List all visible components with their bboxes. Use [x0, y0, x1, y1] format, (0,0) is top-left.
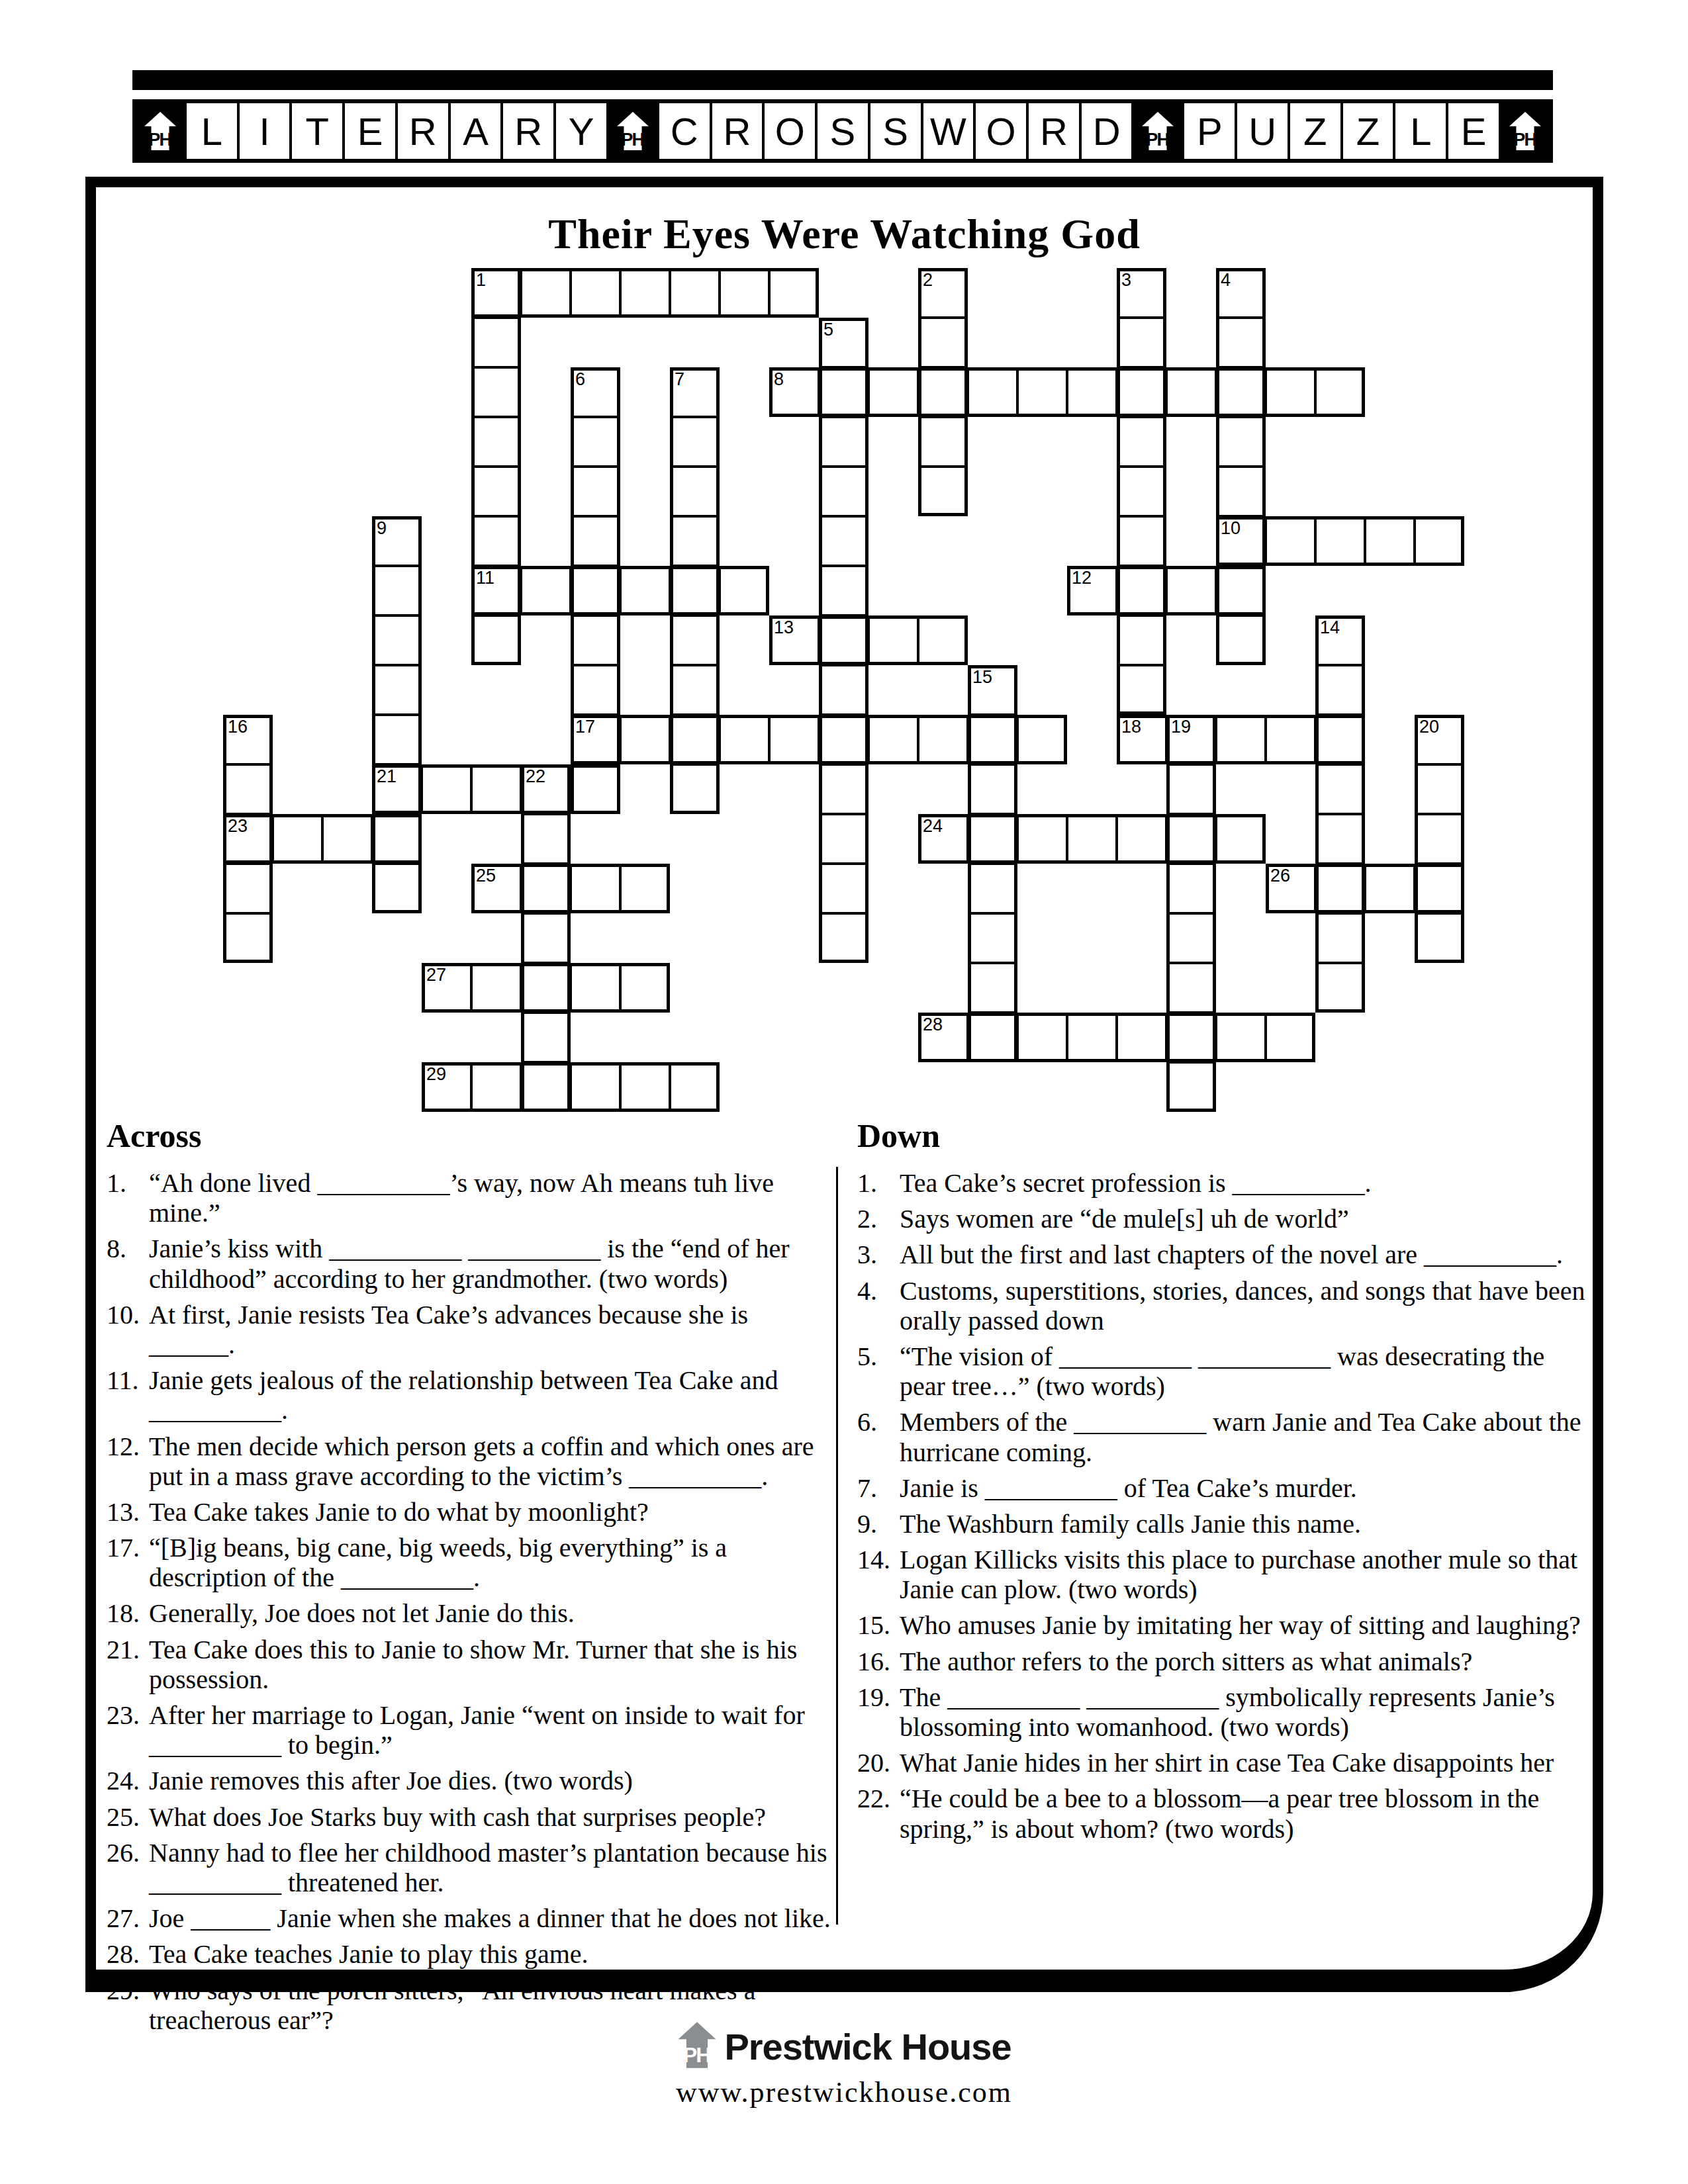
grid-cell[interactable] — [620, 268, 670, 318]
ph-house-icon: PH — [609, 103, 657, 159]
clue-item: 8.Janie’s kiss with __________ _________… — [107, 1234, 832, 1293]
grid-cell[interactable] — [1266, 516, 1315, 566]
grid-cell[interactable] — [372, 516, 422, 566]
grid-cell[interactable] — [670, 367, 720, 417]
clue-item: 13.Tea Cake takes Janie to do what by mo… — [107, 1497, 832, 1527]
grid-cell[interactable] — [1266, 864, 1315, 913]
grid-cell[interactable] — [868, 367, 918, 417]
clue-item: 5.“The vision of __________ __________ w… — [857, 1342, 1591, 1401]
grid-cell[interactable] — [1067, 1013, 1117, 1062]
clue-text: Tea Cake teaches Janie to play this game… — [149, 1939, 832, 1969]
grid-cell[interactable] — [1216, 318, 1266, 367]
grid-cell[interactable] — [521, 1062, 571, 1112]
banner-letter: L — [187, 103, 237, 159]
worksheet-page: PHLITERARYPHCROSSWORDPHPUZZLEPH Their Ey… — [0, 0, 1688, 2184]
grid-cell[interactable] — [571, 665, 620, 715]
grid-cell[interactable] — [521, 268, 571, 318]
clue-number: 17. — [107, 1533, 149, 1592]
clue-text: The __________ __________ symbolically r… — [900, 1682, 1591, 1742]
grid-cell[interactable] — [521, 814, 571, 864]
clue-item: 22.“He could be a bee to a blossom—a pea… — [857, 1784, 1591, 1843]
grid-cell[interactable] — [968, 367, 1017, 417]
grid-cell[interactable] — [819, 764, 868, 814]
down-clues-section: Down 1.Tea Cake’s secret profession is _… — [857, 1116, 1591, 1850]
clue-text: What does Joe Starks buy with cash that … — [149, 1802, 832, 1832]
grid-cell[interactable] — [868, 615, 918, 665]
clue-item: 14.Logan Killicks visits this place to p… — [857, 1545, 1591, 1604]
grid-cell[interactable] — [571, 566, 620, 615]
svg-text:P: P — [148, 130, 160, 150]
grid-cell[interactable] — [521, 913, 571, 963]
grid-cell[interactable] — [1117, 1013, 1166, 1062]
grid-cell[interactable] — [223, 814, 273, 864]
grid-cell[interactable] — [1415, 764, 1464, 814]
grid-cell[interactable] — [1365, 516, 1415, 566]
clue-text: All but the first and last chapters of t… — [900, 1240, 1591, 1269]
grid-cell[interactable] — [1315, 715, 1365, 764]
clue-text: Logan Killicks visits this place to purc… — [900, 1545, 1591, 1604]
clue-text: Tea Cake does this to Janie to show Mr. … — [149, 1635, 832, 1694]
grid-cell[interactable] — [620, 864, 670, 913]
grid-cell[interactable] — [1315, 913, 1365, 963]
grid-cell[interactable] — [521, 864, 571, 913]
svg-text:H: H — [696, 2043, 712, 2067]
clue-item: 25.What does Joe Starks buy with cash th… — [107, 1802, 832, 1832]
grid-cell[interactable] — [273, 814, 322, 864]
banner-letter: D — [1082, 103, 1132, 159]
clue-item: 16.The author refers to the porch sitter… — [857, 1647, 1591, 1676]
ph-house-icon: PH — [677, 2020, 718, 2073]
clue-number: 4. — [857, 1276, 900, 1336]
svg-text:H: H — [1524, 130, 1537, 150]
grid-cell[interactable] — [769, 715, 819, 764]
grid-cell[interactable] — [1017, 1013, 1067, 1062]
grid-cell[interactable] — [1017, 367, 1067, 417]
grid-cell[interactable] — [1315, 814, 1365, 864]
grid-cell[interactable] — [670, 1062, 720, 1112]
clue-number: 1. — [107, 1168, 149, 1228]
grid-cell[interactable] — [1117, 467, 1166, 516]
grid-cell[interactable] — [1117, 665, 1166, 715]
clue-number: 3. — [857, 1240, 900, 1269]
grid-cell[interactable] — [819, 715, 868, 764]
clue-number: 19. — [857, 1682, 900, 1742]
grid-cell[interactable] — [968, 913, 1017, 963]
grid-cell[interactable] — [1067, 367, 1117, 417]
grid-cell[interactable] — [918, 814, 968, 864]
grid-cell[interactable] — [1216, 516, 1266, 566]
grid-cell[interactable] — [720, 566, 769, 615]
grid-cell[interactable] — [819, 665, 868, 715]
clue-text: Generally, Joe does not let Janie do thi… — [149, 1598, 832, 1628]
grid-cell[interactable] — [769, 367, 819, 417]
grid-cell[interactable] — [819, 516, 868, 566]
grid-cell[interactable] — [372, 566, 422, 615]
grid-cell[interactable] — [372, 715, 422, 764]
svg-text:P: P — [683, 2043, 698, 2067]
grid-cell[interactable] — [1216, 715, 1266, 764]
grid-cell[interactable] — [918, 417, 968, 467]
svg-text:H: H — [1157, 130, 1170, 150]
grid-cell[interactable] — [1415, 715, 1464, 764]
grid-cell[interactable] — [819, 467, 868, 516]
grid-cell[interactable] — [720, 268, 769, 318]
clue-text: Says women are “de mule[s] uh de world” — [900, 1204, 1591, 1234]
grid-cell[interactable] — [968, 814, 1017, 864]
banner-letter: S — [870, 103, 921, 159]
clue-number: 25. — [107, 1802, 149, 1832]
clue-number: 28. — [107, 1939, 149, 1969]
grid-cell[interactable] — [1117, 566, 1166, 615]
grid-cell[interactable] — [1017, 814, 1067, 864]
clue-number: 10. — [107, 1300, 149, 1359]
grid-cell[interactable] — [918, 467, 968, 516]
grid-cell[interactable] — [1415, 516, 1464, 566]
clue-item: 24.Janie removes this after Joe dies. (t… — [107, 1766, 832, 1796]
ph-house-icon: PH — [1501, 103, 1549, 159]
clue-number: 6. — [857, 1407, 900, 1467]
clue-number: 7. — [857, 1473, 900, 1503]
grid-cell[interactable] — [223, 715, 273, 764]
grid-cell[interactable] — [918, 1013, 968, 1062]
grid-cell[interactable] — [819, 417, 868, 467]
clue-number: 18. — [107, 1598, 149, 1628]
grid-cell[interactable] — [968, 864, 1017, 913]
banner-letter: O — [976, 103, 1026, 159]
grid-cell[interactable] — [1166, 715, 1216, 764]
grid-cell[interactable] — [1315, 764, 1365, 814]
grid-cell[interactable] — [720, 715, 769, 764]
grid-cell[interactable] — [1266, 1013, 1315, 1062]
content-frame: Their Eyes Were Watching God 12345678910… — [85, 177, 1603, 1992]
grid-cell[interactable] — [471, 417, 521, 467]
clue-item: 1.“Ah done lived __________’s way, now A… — [107, 1168, 832, 1228]
grid-cell[interactable] — [1166, 1013, 1216, 1062]
grid-cell[interactable] — [1117, 814, 1166, 864]
grid-cell[interactable] — [1117, 516, 1166, 566]
grid-cell[interactable] — [372, 814, 422, 864]
grid-cell[interactable] — [670, 615, 720, 665]
grid-cell[interactable] — [1017, 715, 1067, 764]
clue-item: 9.The Washburn family calls Janie this n… — [857, 1509, 1591, 1539]
grid-cell[interactable] — [1216, 615, 1266, 665]
clue-number: 14. — [857, 1545, 900, 1604]
clue-text: Members of the __________ warn Janie and… — [900, 1407, 1591, 1467]
svg-text:H: H — [160, 130, 173, 150]
grid-cell[interactable] — [1216, 467, 1266, 516]
grid-cell[interactable] — [769, 268, 819, 318]
grid-cell[interactable] — [471, 318, 521, 367]
across-clues-section: Across 1.“Ah done lived __________’s way… — [107, 1116, 832, 2041]
grid-cell[interactable] — [1266, 367, 1315, 417]
grid-cell[interactable] — [571, 615, 620, 665]
clue-column-divider — [836, 1167, 838, 1925]
grid-cell[interactable] — [471, 367, 521, 417]
clue-item: 20.What Janie hides in her shirt in case… — [857, 1748, 1591, 1778]
banner-letter: R — [503, 103, 553, 159]
grid-cell[interactable] — [918, 367, 968, 417]
grid-cell[interactable] — [372, 764, 422, 814]
grid-cell[interactable] — [819, 566, 868, 615]
down-clue-list: 1.Tea Cake’s secret profession is ______… — [857, 1168, 1591, 1844]
clue-number: 16. — [857, 1647, 900, 1676]
clue-text: Tea Cake takes Janie to do what by moonl… — [149, 1497, 832, 1527]
ph-house-icon: PH — [1134, 103, 1182, 159]
clue-item: 23.After her marriage to Logan, Janie “w… — [107, 1700, 832, 1760]
grid-cell[interactable] — [571, 963, 620, 1013]
grid-cell[interactable] — [819, 367, 868, 417]
grid-cell[interactable] — [620, 1062, 670, 1112]
grid-cell[interactable] — [1315, 963, 1365, 1013]
grid-cell[interactable] — [670, 417, 720, 467]
banner-letter: Z — [1343, 103, 1393, 159]
grid-cell[interactable] — [1216, 814, 1266, 864]
grid-cell[interactable] — [571, 367, 620, 417]
banner-letter: S — [818, 103, 868, 159]
banner-letter: C — [659, 103, 710, 159]
banner-letter: U — [1237, 103, 1288, 159]
grid-cell[interactable] — [968, 715, 1017, 764]
grid-cell[interactable] — [372, 615, 422, 665]
grid-cell[interactable] — [471, 1062, 521, 1112]
grid-cell[interactable] — [1166, 367, 1216, 417]
grid-cell[interactable] — [1117, 318, 1166, 367]
grid-cell[interactable] — [1117, 367, 1166, 417]
grid-cell[interactable] — [571, 467, 620, 516]
grid-cell[interactable] — [471, 864, 521, 913]
grid-cell[interactable] — [1315, 864, 1365, 913]
clue-text: Janie is __________ of Tea Cake’s murder… — [900, 1473, 1591, 1503]
clue-text: At first, Janie resists Tea Cake’s advan… — [149, 1300, 832, 1359]
grid-cell[interactable] — [968, 963, 1017, 1013]
grid-cell[interactable] — [1216, 1013, 1266, 1062]
grid-cell[interactable] — [670, 268, 720, 318]
grid-cell[interactable] — [670, 665, 720, 715]
grid-cell[interactable] — [471, 963, 521, 1013]
clue-number: 20. — [857, 1748, 900, 1778]
grid-cell[interactable] — [1216, 417, 1266, 467]
grid-cell[interactable] — [1315, 367, 1365, 417]
grid-cell[interactable] — [620, 963, 670, 1013]
grid-cell[interactable] — [1216, 566, 1266, 615]
grid-cell[interactable] — [918, 268, 968, 318]
grid-cell[interactable] — [571, 268, 620, 318]
banner-letter: L — [1395, 103, 1446, 159]
grid-cell[interactable] — [1415, 814, 1464, 864]
grid-cell[interactable] — [521, 1013, 571, 1062]
clue-text: What Janie hides in her shirt in case Te… — [900, 1748, 1591, 1778]
clue-item: 27.Joe ______ Janie when she makes a din… — [107, 1903, 832, 1933]
banner-letter: R — [712, 103, 763, 159]
clue-text: The author refers to the porch sitters a… — [900, 1647, 1591, 1676]
grid-cell[interactable] — [471, 566, 521, 615]
clue-item: 2.Says women are “de mule[s] uh de world… — [857, 1204, 1591, 1234]
grid-cell[interactable] — [521, 764, 571, 814]
grid-cell[interactable] — [670, 467, 720, 516]
grid-cell[interactable] — [918, 715, 968, 764]
grid-cell[interactable] — [372, 864, 422, 913]
clue-text: Nanny had to flee her childhood master’s… — [149, 1838, 832, 1897]
grid-cell[interactable] — [1166, 963, 1216, 1013]
svg-text:P: P — [1147, 130, 1158, 150]
grid-cell[interactable] — [1067, 566, 1117, 615]
grid-cell[interactable] — [223, 913, 273, 963]
svg-text:P: P — [1513, 130, 1525, 150]
grid-cell[interactable] — [1415, 913, 1464, 963]
grid-cell[interactable] — [1117, 715, 1166, 764]
clue-item: 12.The men decide which person gets a co… — [107, 1432, 832, 1491]
grid-cell[interactable] — [1166, 814, 1216, 864]
grid-cell[interactable] — [1315, 516, 1365, 566]
grid-cell[interactable] — [571, 864, 620, 913]
grid-cell[interactable] — [571, 417, 620, 467]
svg-text:H: H — [632, 130, 645, 150]
clue-item: 11.Janie gets jealous of the relationshi… — [107, 1365, 832, 1425]
clue-number: 21. — [107, 1635, 149, 1694]
clue-text: The Washburn family calls Janie this nam… — [900, 1509, 1591, 1539]
grid-cell[interactable] — [819, 318, 868, 367]
grid-cell[interactable] — [769, 615, 819, 665]
grid-cell[interactable] — [571, 1062, 620, 1112]
grid-cell[interactable] — [1315, 615, 1365, 665]
clue-number: 5. — [857, 1342, 900, 1401]
clue-number: 27. — [107, 1903, 149, 1933]
clue-item: 10.At first, Janie resists Tea Cake’s ad… — [107, 1300, 832, 1359]
grid-cell[interactable] — [422, 963, 471, 1013]
grid-cell[interactable] — [670, 764, 720, 814]
grid-cell[interactable] — [819, 615, 868, 665]
grid-cell[interactable] — [1166, 864, 1216, 913]
grid-cell[interactable] — [968, 665, 1017, 715]
clue-text: Tea Cake’s secret profession is ________… — [900, 1168, 1591, 1198]
grid-cell[interactable] — [1415, 864, 1464, 913]
page-title: Their Eyes Were Watching God — [96, 210, 1593, 259]
clue-item: 1.Tea Cake’s secret profession is ______… — [857, 1168, 1591, 1198]
clue-text: Joe ______ Janie when she makes a dinner… — [149, 1903, 832, 1933]
clue-text: Janie gets jealous of the relationship b… — [149, 1365, 832, 1425]
grid-cell[interactable] — [1315, 665, 1365, 715]
banner-letter: R — [1029, 103, 1079, 159]
grid-cell[interactable] — [1117, 417, 1166, 467]
grid-cell[interactable] — [1067, 814, 1117, 864]
grid-cell[interactable] — [1166, 764, 1216, 814]
clue-number: 11. — [107, 1365, 149, 1425]
grid-cell[interactable] — [422, 764, 471, 814]
clue-number: 13. — [107, 1497, 149, 1527]
grid-cell[interactable] — [868, 715, 918, 764]
clue-item: 6.Members of the __________ warn Janie a… — [857, 1407, 1591, 1467]
clue-item: 19.The __________ __________ symbolicall… — [857, 1682, 1591, 1742]
grid-cell[interactable] — [471, 764, 521, 814]
banner-letter: I — [240, 103, 290, 159]
clue-text: Janie’s kiss with __________ __________ … — [149, 1234, 832, 1293]
clue-text: “The vision of __________ __________ was… — [900, 1342, 1591, 1401]
grid-cell[interactable] — [1117, 615, 1166, 665]
grid-cell[interactable] — [571, 715, 620, 764]
svg-text:P: P — [621, 130, 633, 150]
across-clue-list: 1.“Ah done lived __________’s way, now A… — [107, 1168, 832, 2035]
grid-cell[interactable] — [1117, 268, 1166, 318]
grid-cell[interactable] — [223, 764, 273, 814]
clue-item: 21.Tea Cake does this to Janie to show M… — [107, 1635, 832, 1694]
clue-number: 23. — [107, 1700, 149, 1760]
literary-crossword-puzzle-banner: PHLITERARYPHCROSSWORDPHPUZZLEPH — [132, 99, 1553, 163]
grid-cell[interactable] — [968, 764, 1017, 814]
grid-cell[interactable] — [918, 318, 968, 367]
grid-cell[interactable] — [819, 864, 868, 913]
grid-cell[interactable] — [521, 566, 571, 615]
clue-number: 26. — [107, 1838, 149, 1897]
clue-item: 3.All but the first and last chapters of… — [857, 1240, 1591, 1269]
banner-letter: A — [451, 103, 501, 159]
grid-cell[interactable] — [1216, 268, 1266, 318]
clue-text: “Ah done lived __________’s way, now Ah … — [149, 1168, 832, 1228]
grid-cell[interactable] — [1166, 1062, 1216, 1112]
clue-number: 15. — [857, 1610, 900, 1640]
banner-letter: O — [765, 103, 815, 159]
clue-item: 7.Janie is __________ of Tea Cake’s murd… — [857, 1473, 1591, 1503]
clue-item: 15.Who amuses Janie by imitating her way… — [857, 1610, 1591, 1640]
banner-letter: W — [923, 103, 974, 159]
brand-name: Prestwick House — [724, 2025, 1011, 2068]
clue-item: 17.“[B]ig beans, big cane, big weeds, bi… — [107, 1533, 832, 1592]
clue-number: 12. — [107, 1432, 149, 1491]
grid-cell[interactable] — [223, 864, 273, 913]
grid-cell[interactable] — [372, 665, 422, 715]
clue-text: “He could be a bee to a blossom—a pear t… — [900, 1784, 1591, 1843]
grid-cell[interactable] — [1216, 367, 1266, 417]
grid-cell[interactable] — [322, 814, 372, 864]
grid-cell[interactable] — [620, 715, 670, 764]
crossword-grid: 1234567891011121314151617181920212223242… — [223, 268, 1464, 1112]
grid-cell[interactable] — [1365, 864, 1415, 913]
grid-cell[interactable] — [1266, 715, 1315, 764]
grid-cell[interactable] — [819, 814, 868, 864]
clue-text: Customs, superstitions, stories, dances,… — [900, 1276, 1591, 1336]
clue-number: 22. — [857, 1784, 900, 1843]
clue-text: The men decide which person gets a coffi… — [149, 1432, 832, 1491]
grid-cell[interactable] — [670, 516, 720, 566]
clue-item: 26.Nanny had to flee her childhood maste… — [107, 1838, 832, 1897]
grid-cell[interactable] — [819, 913, 868, 963]
grid-cell[interactable] — [968, 1013, 1017, 1062]
clue-text: “[B]ig beans, big cane, big weeds, big e… — [149, 1533, 832, 1592]
clue-item: 4.Customs, superstitions, stories, dance… — [857, 1276, 1591, 1336]
grid-cell[interactable] — [670, 566, 720, 615]
grid-cell[interactable] — [1166, 913, 1216, 963]
grid-cell[interactable] — [1166, 566, 1216, 615]
grid-cell[interactable] — [471, 467, 521, 516]
grid-cell[interactable] — [918, 615, 968, 665]
ph-house-icon: PH — [136, 103, 184, 159]
grid-cell[interactable] — [471, 516, 521, 566]
clue-text: Janie removes this after Joe dies. (two … — [149, 1766, 832, 1796]
top-rule-bar — [132, 70, 1553, 90]
grid-cell[interactable] — [471, 268, 521, 318]
grid-cell[interactable] — [571, 764, 620, 814]
grid-cell[interactable] — [571, 516, 620, 566]
clue-number: 8. — [107, 1234, 149, 1293]
banner-letter: Y — [556, 103, 606, 159]
grid-cell[interactable] — [422, 1062, 471, 1112]
banner-letter: R — [398, 103, 448, 159]
grid-cell[interactable] — [620, 566, 670, 615]
grid-cell[interactable] — [471, 615, 521, 665]
banner-letter: Z — [1290, 103, 1340, 159]
grid-cell[interactable] — [521, 963, 571, 1013]
banner-letter: T — [292, 103, 342, 159]
grid-cell[interactable] — [670, 715, 720, 764]
